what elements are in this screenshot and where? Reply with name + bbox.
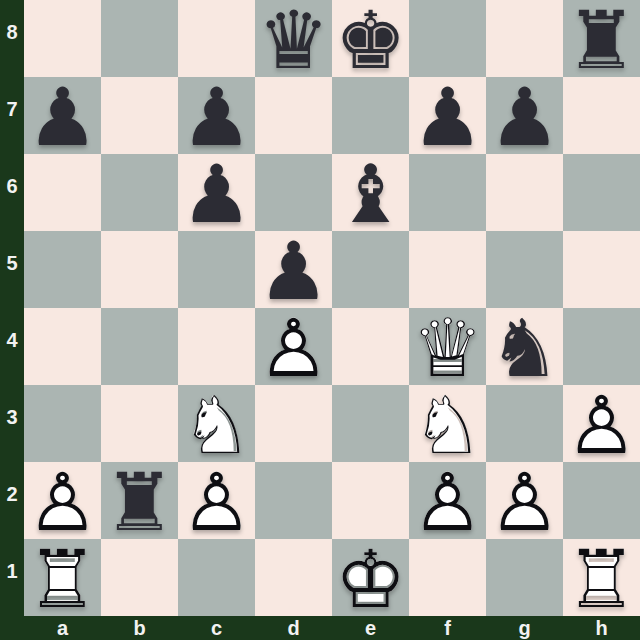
rank-label-1: 1: [0, 539, 24, 616]
file-label-e: e: [332, 616, 409, 640]
square-h6[interactable]: [563, 154, 640, 231]
square-g2[interactable]: ♟♙: [486, 462, 563, 539]
square-d4[interactable]: ♟♙: [255, 308, 332, 385]
black-pawn-g7[interactable]: ♟: [486, 77, 563, 154]
rank-label-8: 8: [0, 0, 24, 77]
rank-label-4: 4: [0, 308, 24, 385]
square-e4[interactable]: [332, 308, 409, 385]
square-g8[interactable]: [486, 0, 563, 77]
square-f6[interactable]: [409, 154, 486, 231]
square-d2[interactable]: [255, 462, 332, 539]
square-e5[interactable]: [332, 231, 409, 308]
square-e3[interactable]: [332, 385, 409, 462]
white-rook-icon: ♜: [563, 539, 640, 616]
black-pawn-d5[interactable]: ♟: [255, 231, 332, 308]
black-pawn-a7[interactable]: ♟: [24, 77, 101, 154]
black-pawn-icon: ♟: [178, 77, 255, 154]
black-pawn-icon: ♟: [409, 77, 486, 154]
rank-label-6: 6: [0, 154, 24, 231]
white-pawn-d4[interactable]: ♟♙: [255, 308, 332, 385]
square-a5[interactable]: [24, 231, 101, 308]
white-pawn-outline-icon: ♙: [24, 462, 101, 539]
square-b4[interactable]: [101, 308, 178, 385]
black-queen-icon: ♛: [255, 0, 332, 77]
rank-label-text: 6: [6, 175, 17, 198]
square-d7[interactable]: [255, 77, 332, 154]
square-a3[interactable]: [24, 385, 101, 462]
white-rook-h1[interactable]: ♜♖: [563, 539, 640, 616]
square-g7[interactable]: ♟: [486, 77, 563, 154]
file-label-b: b: [101, 616, 178, 640]
black-pawn-f7[interactable]: ♟: [409, 77, 486, 154]
black-bishop-e6[interactable]: ♝: [332, 154, 409, 231]
square-a6[interactable]: [24, 154, 101, 231]
white-queen-outline-icon: ♕: [409, 308, 486, 385]
square-h4[interactable]: [563, 308, 640, 385]
black-bishop-icon: ♝: [332, 154, 409, 231]
black-pawn-icon: ♟: [178, 154, 255, 231]
file-label-c: c: [178, 616, 255, 640]
file-label-f: f: [409, 616, 486, 640]
white-rook-icon: ♜: [24, 539, 101, 616]
black-rook-icon: ♜: [101, 462, 178, 539]
square-d8[interactable]: ♛: [255, 0, 332, 77]
white-pawn-h3[interactable]: ♟♙: [563, 385, 640, 462]
square-h3[interactable]: ♟♙: [563, 385, 640, 462]
square-g1[interactable]: [486, 539, 563, 616]
rank-label-2: 2: [0, 462, 24, 539]
square-f5[interactable]: [409, 231, 486, 308]
square-g3[interactable]: [486, 385, 563, 462]
black-king-icon: ♚: [332, 0, 409, 77]
square-h7[interactable]: [563, 77, 640, 154]
black-knight-icon: ♞: [486, 308, 563, 385]
white-queen-f4[interactable]: ♛♕: [409, 308, 486, 385]
square-d3[interactable]: [255, 385, 332, 462]
square-b3[interactable]: [101, 385, 178, 462]
square-c2[interactable]: ♟♙: [178, 462, 255, 539]
square-h2[interactable]: [563, 462, 640, 539]
black-pawn-c7[interactable]: ♟: [178, 77, 255, 154]
white-knight-outline-icon: ♘: [178, 385, 255, 462]
white-knight-c3[interactable]: ♞♘: [178, 385, 255, 462]
square-h8[interactable]: ♜: [563, 0, 640, 77]
white-pawn-icon: ♟: [563, 385, 640, 462]
square-g6[interactable]: [486, 154, 563, 231]
square-a2[interactable]: ♟♙: [24, 462, 101, 539]
rank-label-5: 5: [0, 231, 24, 308]
square-f2[interactable]: ♟♙: [409, 462, 486, 539]
rank-label-text: 7: [6, 98, 17, 121]
file-label-d: d: [255, 616, 332, 640]
square-e2[interactable]: [332, 462, 409, 539]
rank-label-7: 7: [0, 77, 24, 154]
square-f7[interactable]: ♟: [409, 77, 486, 154]
rank-label-text: 3: [6, 406, 17, 429]
black-pawn-icon: ♟: [255, 231, 332, 308]
white-pawn-outline-icon: ♙: [563, 385, 640, 462]
white-king-outline-icon: ♔: [332, 539, 409, 616]
rank-label-3: 3: [0, 385, 24, 462]
rank-label-text: 4: [6, 329, 17, 352]
white-pawn-c2[interactable]: ♟♙: [178, 462, 255, 539]
white-pawn-outline-icon: ♙: [486, 462, 563, 539]
square-f8[interactable]: [409, 0, 486, 77]
white-rook-outline-icon: ♖: [24, 539, 101, 616]
rank-label-text: 5: [6, 252, 17, 275]
square-f3[interactable]: ♞♘: [409, 385, 486, 462]
black-king-e8[interactable]: ♚: [332, 0, 409, 77]
square-b8[interactable]: [101, 0, 178, 77]
white-pawn-outline-icon: ♙: [178, 462, 255, 539]
square-g4[interactable]: ♞: [486, 308, 563, 385]
square-d1[interactable]: [255, 539, 332, 616]
black-rook-icon: ♜: [563, 0, 640, 77]
chess-board: 8♛♚♜7♟♟♟♟6♟♝5♟4♟♙♛♕♞3♞♘♞♘♟♙2♟♙♜♟♙♟♙♟♙1♜♖…: [0, 0, 640, 640]
square-h5[interactable]: [563, 231, 640, 308]
white-knight-icon: ♞: [409, 385, 486, 462]
square-b5[interactable]: [101, 231, 178, 308]
square-h1[interactable]: ♜♖: [563, 539, 640, 616]
white-queen-icon: ♛: [409, 308, 486, 385]
square-b1[interactable]: [101, 539, 178, 616]
square-a8[interactable]: [24, 0, 101, 77]
black-pawn-icon: ♟: [486, 77, 563, 154]
square-a4[interactable]: [24, 308, 101, 385]
white-pawn-g2[interactable]: ♟♙: [486, 462, 563, 539]
square-c8[interactable]: [178, 0, 255, 77]
white-rook-outline-icon: ♖: [563, 539, 640, 616]
white-pawn-a2[interactable]: ♟♙: [24, 462, 101, 539]
board-corner: [0, 616, 24, 640]
square-c7[interactable]: ♟: [178, 77, 255, 154]
square-c5[interactable]: [178, 231, 255, 308]
white-knight-outline-icon: ♘: [409, 385, 486, 462]
file-label-g: g: [486, 616, 563, 640]
black-rook-b2[interactable]: ♜: [101, 462, 178, 539]
square-c3[interactable]: ♞♘: [178, 385, 255, 462]
square-f4[interactable]: ♛♕: [409, 308, 486, 385]
square-e1[interactable]: ♚♔: [332, 539, 409, 616]
file-label-h: h: [563, 616, 640, 640]
black-knight-g4[interactable]: ♞: [486, 308, 563, 385]
black-queen-d8[interactable]: ♛: [255, 0, 332, 77]
white-pawn-icon: ♟: [486, 462, 563, 539]
file-label-a: a: [24, 616, 101, 640]
black-rook-h8[interactable]: ♜: [563, 0, 640, 77]
square-c1[interactable]: [178, 539, 255, 616]
square-c4[interactable]: [178, 308, 255, 385]
square-a1[interactable]: ♜♖: [24, 539, 101, 616]
rank-label-text: 8: [6, 21, 17, 44]
square-e7[interactable]: [332, 77, 409, 154]
black-pawn-icon: ♟: [24, 77, 101, 154]
white-king-icon: ♚: [332, 539, 409, 616]
square-e8[interactable]: ♚: [332, 0, 409, 77]
rank-label-text: 1: [6, 560, 17, 583]
black-pawn-c6[interactable]: ♟: [178, 154, 255, 231]
white-pawn-icon: ♟: [409, 462, 486, 539]
square-b7[interactable]: [101, 77, 178, 154]
white-knight-f3[interactable]: ♞♘: [409, 385, 486, 462]
white-pawn-icon: ♟: [24, 462, 101, 539]
white-knight-icon: ♞: [178, 385, 255, 462]
white-rook-a1[interactable]: ♜♖: [24, 539, 101, 616]
white-pawn-f2[interactable]: ♟♙: [409, 462, 486, 539]
square-a7[interactable]: ♟: [24, 77, 101, 154]
square-e6[interactable]: ♝: [332, 154, 409, 231]
square-d5[interactable]: ♟: [255, 231, 332, 308]
square-f1[interactable]: [409, 539, 486, 616]
square-g5[interactable]: [486, 231, 563, 308]
square-b2[interactable]: ♜: [101, 462, 178, 539]
square-d6[interactable]: [255, 154, 332, 231]
square-b6[interactable]: [101, 154, 178, 231]
white-pawn-outline-icon: ♙: [409, 462, 486, 539]
white-pawn-icon: ♟: [255, 308, 332, 385]
white-pawn-outline-icon: ♙: [255, 308, 332, 385]
square-c6[interactable]: ♟: [178, 154, 255, 231]
white-pawn-icon: ♟: [178, 462, 255, 539]
rank-label-text: 2: [6, 483, 17, 506]
white-king-e1[interactable]: ♚♔: [332, 539, 409, 616]
